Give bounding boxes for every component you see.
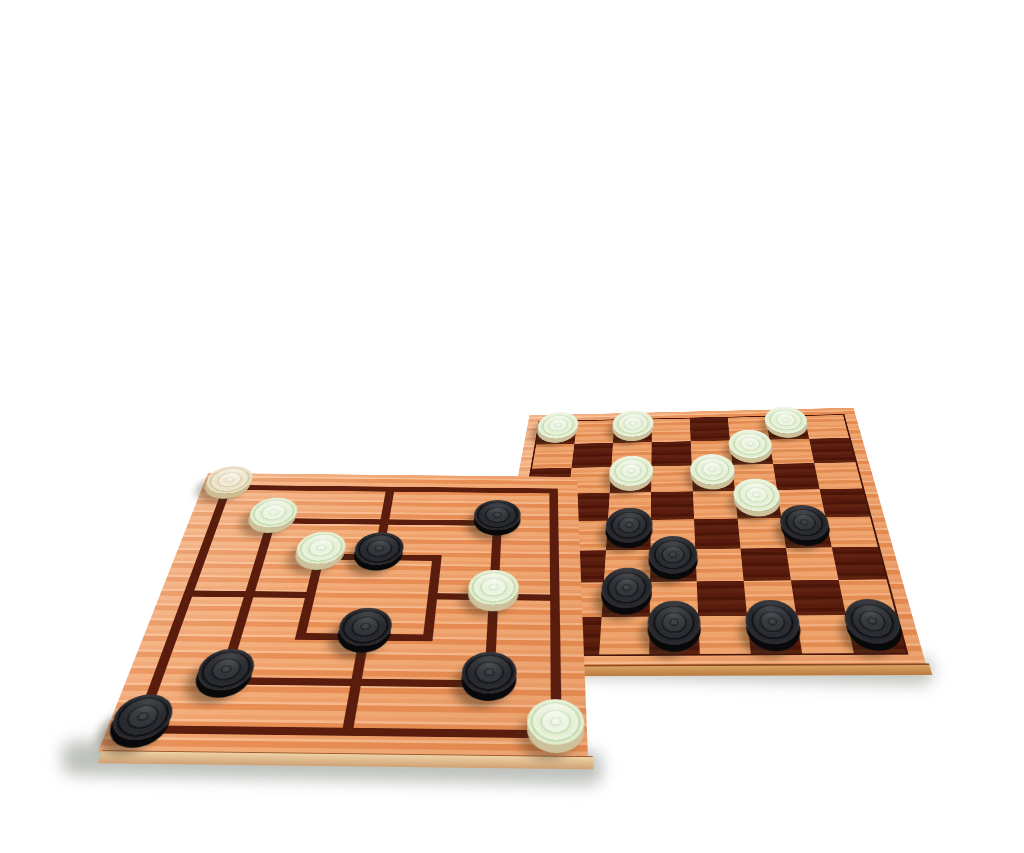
morris-piece-white-c5[interactable] [293, 531, 349, 564]
scene [0, 0, 1024, 853]
checker-piece-black-r6c4[interactable] [648, 536, 698, 574]
morris-piece-black-f6[interactable] [473, 500, 521, 531]
checker-piece-white-r3c5[interactable] [690, 454, 736, 485]
morris-piece-white-f4[interactable] [467, 570, 519, 606]
morris-board [98, 473, 588, 758]
checker-piece-black-r5c3[interactable] [605, 507, 653, 543]
morris-piece-black-d5[interactable] [352, 532, 406, 565]
morris-piece-black-b2[interactable] [192, 649, 259, 691]
checker-piece-white-r2c6[interactable] [727, 429, 773, 458]
morris-piece-white-g1[interactable] [527, 699, 585, 745]
checker-piece-white-r3c3[interactable] [608, 455, 653, 486]
morris-pieces-layer [98, 473, 588, 758]
morris-piece-black-d3[interactable] [335, 607, 394, 646]
checker-piece-black-r8c6[interactable] [744, 600, 803, 645]
morris-piece-cream-a7[interactable] [202, 466, 257, 494]
checker-piece-white-r1c3[interactable] [612, 410, 654, 438]
checker-piece-black-r8c4[interactable] [647, 601, 701, 645]
morris-piece-black-a1[interactable] [105, 694, 178, 740]
checker-piece-black-r7c3[interactable] [600, 567, 652, 608]
morris-piece-black-f2[interactable] [460, 652, 517, 694]
checker-piece-black-r5c7[interactable] [778, 505, 832, 541]
checker-piece-white-r4c6[interactable] [732, 478, 782, 511]
morris-piece-white-b6[interactable] [246, 497, 301, 527]
